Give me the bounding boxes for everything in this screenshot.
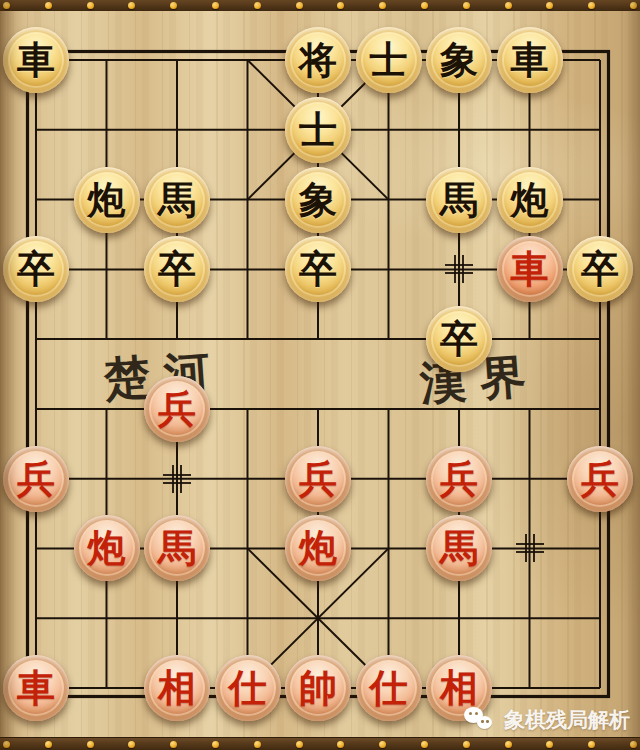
rivet bbox=[212, 741, 219, 748]
piece-red-soldier-4[interactable]: 兵 bbox=[426, 446, 492, 512]
piece-red-soldier-3[interactable]: 兵 bbox=[285, 446, 351, 512]
piece-glyph: 車 bbox=[511, 41, 549, 79]
piece-glyph: 馬 bbox=[158, 529, 196, 567]
piece-red-horse-left[interactable]: 馬 bbox=[144, 515, 210, 581]
piece-black-advisor-right[interactable]: 士 bbox=[356, 27, 422, 93]
piece-black-elephant-left[interactable]: 象 bbox=[285, 167, 351, 233]
rivet bbox=[87, 2, 94, 9]
rivet bbox=[588, 741, 595, 748]
rivet bbox=[588, 2, 595, 9]
piece-glyph: 兵 bbox=[440, 460, 478, 498]
piece-black-soldier-4[interactable]: 卒 bbox=[426, 306, 492, 372]
piece-glyph: 帥 bbox=[299, 669, 337, 707]
piece-black-chariot-left[interactable]: 車 bbox=[3, 27, 69, 93]
wechat-icon bbox=[464, 707, 496, 733]
top-rivet-strip bbox=[0, 0, 640, 11]
piece-glyph: 仕 bbox=[370, 669, 408, 707]
piece-red-elephant-left[interactable]: 相 bbox=[144, 655, 210, 721]
piece-glyph: 炮 bbox=[511, 181, 549, 219]
point-marker bbox=[163, 465, 191, 493]
rivet bbox=[379, 2, 386, 9]
bottom-rivet-strip bbox=[0, 737, 640, 750]
piece-red-general[interactable]: 帥 bbox=[285, 655, 351, 721]
piece-black-cannon-left[interactable]: 炮 bbox=[74, 167, 140, 233]
rivet bbox=[170, 2, 177, 9]
piece-glyph: 車 bbox=[17, 41, 55, 79]
rivet bbox=[254, 741, 261, 748]
piece-red-advisor-right[interactable]: 仕 bbox=[356, 655, 422, 721]
watermark-text: 象棋残局解析 bbox=[504, 706, 630, 734]
piece-glyph: 士 bbox=[299, 111, 337, 149]
piece-glyph: 卒 bbox=[581, 250, 619, 288]
rivet bbox=[630, 2, 637, 9]
rivet bbox=[45, 2, 52, 9]
rivet bbox=[337, 741, 344, 748]
piece-glyph: 卒 bbox=[158, 250, 196, 288]
piece-black-horse-right[interactable]: 馬 bbox=[426, 167, 492, 233]
rivet bbox=[421, 741, 428, 748]
rivet bbox=[630, 741, 637, 748]
piece-glyph: 兵 bbox=[299, 460, 337, 498]
xiangqi-board-screenshot: 楚河 漢界 車将士象車士炮馬象馬炮卒卒卒車卒卒兵兵兵兵兵炮馬炮馬車相仕帥仕相 象… bbox=[0, 0, 640, 750]
rivet bbox=[212, 2, 219, 9]
piece-black-soldier-1[interactable]: 卒 bbox=[3, 236, 69, 302]
piece-red-soldier-5[interactable]: 兵 bbox=[567, 446, 633, 512]
piece-red-horse-right[interactable]: 馬 bbox=[426, 515, 492, 581]
piece-glyph: 車 bbox=[511, 250, 549, 288]
piece-red-cannon-right[interactable]: 炮 bbox=[285, 515, 351, 581]
piece-glyph: 炮 bbox=[299, 529, 337, 567]
piece-black-chariot-right[interactable]: 車 bbox=[497, 27, 563, 93]
piece-glyph: 兵 bbox=[581, 460, 619, 498]
piece-glyph: 卒 bbox=[299, 250, 337, 288]
rivet bbox=[45, 741, 52, 748]
piece-glyph: 馬 bbox=[440, 181, 478, 219]
piece-red-advisor-left[interactable]: 仕 bbox=[215, 655, 281, 721]
piece-glyph: 相 bbox=[440, 669, 478, 707]
piece-glyph: 馬 bbox=[158, 181, 196, 219]
piece-glyph: 仕 bbox=[229, 669, 267, 707]
rivet bbox=[128, 741, 135, 748]
piece-black-soldier-5[interactable]: 卒 bbox=[567, 236, 633, 302]
piece-glyph: 卒 bbox=[440, 320, 478, 358]
piece-red-soldier-2[interactable]: 兵 bbox=[144, 376, 210, 442]
point-marker bbox=[516, 534, 544, 562]
rivet bbox=[337, 2, 344, 9]
piece-glyph: 車 bbox=[17, 669, 55, 707]
rivet bbox=[3, 2, 10, 9]
piece-glyph: 炮 bbox=[88, 529, 126, 567]
rivet bbox=[170, 741, 177, 748]
rivet bbox=[87, 741, 94, 748]
piece-glyph: 卒 bbox=[17, 250, 55, 288]
piece-red-soldier-1[interactable]: 兵 bbox=[3, 446, 69, 512]
piece-black-horse-left[interactable]: 馬 bbox=[144, 167, 210, 233]
rivet bbox=[546, 2, 553, 9]
piece-black-advisor-left[interactable]: 士 bbox=[285, 97, 351, 163]
piece-glyph: 兵 bbox=[17, 460, 55, 498]
rivet bbox=[421, 2, 428, 9]
piece-black-soldier-3[interactable]: 卒 bbox=[285, 236, 351, 302]
rivet bbox=[128, 2, 135, 9]
rivet bbox=[296, 741, 303, 748]
piece-glyph: 馬 bbox=[440, 529, 478, 567]
rivet bbox=[505, 2, 512, 9]
piece-red-chariot-right[interactable]: 車 bbox=[497, 236, 563, 302]
rivet bbox=[379, 741, 386, 748]
rivet bbox=[546, 741, 553, 748]
piece-glyph: 象 bbox=[299, 181, 337, 219]
piece-glyph: 象 bbox=[440, 41, 478, 79]
piece-glyph: 相 bbox=[158, 669, 196, 707]
piece-black-soldier-2[interactable]: 卒 bbox=[144, 236, 210, 302]
rivet bbox=[3, 741, 10, 748]
watermark: 象棋残局解析 bbox=[464, 706, 630, 734]
piece-black-elephant-right[interactable]: 象 bbox=[426, 27, 492, 93]
piece-glyph: 炮 bbox=[88, 181, 126, 219]
piece-black-cannon-right[interactable]: 炮 bbox=[497, 167, 563, 233]
piece-red-cannon-left[interactable]: 炮 bbox=[74, 515, 140, 581]
piece-glyph: 士 bbox=[370, 41, 408, 79]
piece-black-general[interactable]: 将 bbox=[285, 27, 351, 93]
rivet bbox=[505, 741, 512, 748]
piece-glyph: 兵 bbox=[158, 390, 196, 428]
piece-glyph: 将 bbox=[299, 41, 337, 79]
rivet bbox=[296, 2, 303, 9]
piece-red-chariot-left[interactable]: 車 bbox=[3, 655, 69, 721]
rivet bbox=[254, 2, 261, 9]
rivet bbox=[463, 2, 470, 9]
point-marker bbox=[445, 255, 473, 283]
rivet bbox=[463, 741, 470, 748]
